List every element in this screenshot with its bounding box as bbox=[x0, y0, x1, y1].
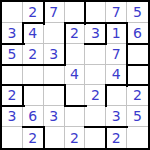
region-border-segment bbox=[105, 22, 107, 45]
given-digit: 3 bbox=[112, 109, 121, 123]
cell-r7c5[interactable] bbox=[85, 127, 106, 148]
cell-r7c4[interactable]: 2 bbox=[65, 127, 86, 148]
region-border-segment bbox=[43, 64, 66, 66]
cell-r5c5[interactable]: 2 bbox=[85, 85, 106, 106]
cell-r4c6[interactable]: 4 bbox=[106, 65, 127, 86]
given-digit: 2 bbox=[70, 131, 79, 145]
cell-r3c6[interactable]: 7 bbox=[106, 44, 127, 65]
cell-r1c1[interactable] bbox=[2, 2, 23, 23]
cell-r3c2[interactable]: 2 bbox=[23, 44, 44, 65]
region-border-segment bbox=[126, 43, 128, 66]
region-border-segment bbox=[22, 84, 45, 86]
given-digit: 6 bbox=[133, 26, 142, 40]
region-border-segment bbox=[126, 43, 149, 45]
region-border-segment bbox=[22, 22, 45, 24]
cell-r2c2[interactable]: 4 bbox=[23, 23, 44, 44]
cell-r3c7[interactable] bbox=[127, 44, 148, 65]
given-digit: 5 bbox=[133, 109, 142, 123]
given-digit: 2 bbox=[112, 131, 121, 145]
cell-r5c4[interactable] bbox=[65, 85, 86, 106]
cell-r5c1[interactable]: 2 bbox=[2, 85, 23, 106]
puzzle-board: 277534231652374422236335222 bbox=[0, 0, 150, 150]
given-digit: 4 bbox=[112, 67, 121, 81]
given-digit: 3 bbox=[7, 26, 16, 40]
given-digit: 5 bbox=[133, 5, 142, 19]
cell-r4c3[interactable] bbox=[44, 65, 65, 86]
given-digit: 3 bbox=[7, 109, 16, 123]
region-border-segment bbox=[64, 22, 66, 45]
cell-r5c2[interactable] bbox=[23, 85, 44, 106]
cell-r5c7[interactable]: 2 bbox=[127, 85, 148, 106]
cell-r5c6[interactable] bbox=[106, 85, 127, 106]
given-digit: 7 bbox=[49, 5, 58, 19]
cell-r6c3[interactable]: 3 bbox=[44, 106, 65, 127]
region-border-segment bbox=[22, 22, 24, 45]
region-border-segment bbox=[105, 84, 107, 107]
region-border-segment bbox=[126, 64, 149, 66]
region-border-segment bbox=[2, 105, 25, 107]
cell-r4c5[interactable] bbox=[85, 65, 106, 86]
cell-r2c5[interactable]: 3 bbox=[85, 23, 106, 44]
cell-r3c4[interactable] bbox=[65, 44, 86, 65]
given-digit: 3 bbox=[49, 47, 58, 61]
given-digit: 1 bbox=[112, 26, 121, 40]
cell-r4c4[interactable]: 4 bbox=[65, 65, 86, 86]
given-digit: 4 bbox=[28, 26, 37, 40]
region-border-segment bbox=[105, 84, 128, 86]
cell-r2c3[interactable] bbox=[44, 23, 65, 44]
region-border-segment bbox=[22, 126, 45, 128]
given-digit: 7 bbox=[112, 5, 121, 19]
cell-r6c7[interactable]: 5 bbox=[127, 106, 148, 127]
cell-r1c4[interactable] bbox=[65, 2, 86, 23]
given-digit: 2 bbox=[28, 5, 37, 19]
cell-r3c3[interactable]: 3 bbox=[44, 44, 65, 65]
given-digit: 6 bbox=[28, 109, 37, 123]
region-border-segment bbox=[126, 84, 149, 86]
cell-r5c3[interactable] bbox=[44, 85, 65, 106]
cell-r6c1[interactable]: 3 bbox=[2, 106, 23, 127]
region-border-segment bbox=[64, 105, 87, 107]
region-border-segment bbox=[105, 126, 128, 128]
cell-r3c5[interactable] bbox=[85, 44, 106, 65]
given-digit: 5 bbox=[7, 47, 16, 61]
cell-r1c7[interactable]: 5 bbox=[127, 2, 148, 23]
given-digit: 7 bbox=[112, 47, 121, 61]
cell-r2c4[interactable]: 2 bbox=[65, 23, 86, 44]
region-border-segment bbox=[43, 84, 66, 86]
region-border-segment bbox=[43, 126, 45, 149]
cell-r2c6[interactable]: 1 bbox=[106, 23, 127, 44]
region-border-segment bbox=[2, 43, 25, 45]
cell-r4c1[interactable] bbox=[2, 65, 23, 86]
cell-r7c1[interactable] bbox=[2, 127, 23, 148]
cell-r2c7[interactable]: 6 bbox=[127, 23, 148, 44]
cell-r1c2[interactable]: 2 bbox=[23, 2, 44, 23]
cell-r4c2[interactable] bbox=[23, 65, 44, 86]
region-border-segment bbox=[84, 22, 107, 24]
region-border-segment bbox=[105, 22, 128, 24]
region-border-segment bbox=[64, 43, 66, 66]
cell-r2c1[interactable]: 3 bbox=[2, 23, 23, 44]
cell-r6c5[interactable] bbox=[85, 106, 106, 127]
cell-r6c6[interactable]: 3 bbox=[106, 106, 127, 127]
region-border-segment bbox=[105, 126, 107, 149]
given-digit: 2 bbox=[7, 88, 16, 102]
cell-r7c2[interactable]: 2 bbox=[23, 127, 44, 148]
cell-r7c6[interactable]: 2 bbox=[106, 127, 127, 148]
region-border-segment bbox=[84, 126, 107, 128]
region-border-segment bbox=[64, 84, 66, 107]
given-digit: 2 bbox=[70, 26, 79, 40]
cell-r7c7[interactable] bbox=[127, 127, 148, 148]
region-border-segment bbox=[22, 84, 24, 107]
given-digit: 2 bbox=[28, 47, 37, 61]
cell-r1c3[interactable]: 7 bbox=[44, 2, 65, 23]
given-digit: 4 bbox=[70, 67, 79, 81]
given-digit: 3 bbox=[49, 109, 58, 123]
given-digit: 2 bbox=[91, 88, 100, 102]
cell-r3c1[interactable]: 5 bbox=[2, 44, 23, 65]
given-digit: 2 bbox=[28, 131, 37, 145]
cell-r6c4[interactable] bbox=[65, 106, 86, 127]
region-border-segment bbox=[22, 64, 45, 66]
cell-r1c5[interactable] bbox=[85, 2, 106, 23]
cell-r4c7[interactable] bbox=[127, 65, 148, 86]
cell-r1c6[interactable]: 7 bbox=[106, 2, 127, 23]
given-digit: 2 bbox=[133, 88, 142, 102]
given-digit: 3 bbox=[91, 26, 100, 40]
region-border-segment bbox=[84, 43, 107, 45]
cell-r6c2[interactable]: 6 bbox=[23, 106, 44, 127]
cell-r7c3[interactable] bbox=[44, 127, 65, 148]
region-border-segment bbox=[126, 22, 128, 45]
